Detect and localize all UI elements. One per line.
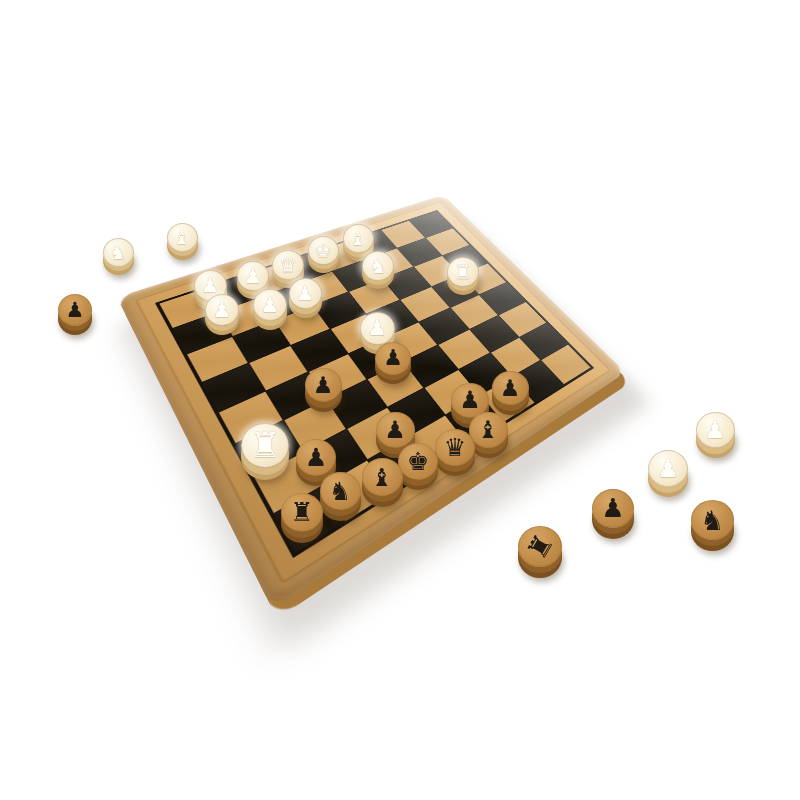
piece-black-knight-h7[interactable]: ♞ [320,472,361,510]
black-rook-symbol: ♜ [290,499,313,525]
black-knight-symbol: ♞ [700,507,724,534]
black-pawn-symbol: ♟ [459,388,481,412]
black-pawn-symbol: ♟ [66,300,85,321]
piece-white-pawn-offboard[interactable]: ♟ [696,412,735,448]
piece-black-pawn-offboard[interactable]: ♟ [58,294,92,326]
white-knight-symbol: ♞ [109,243,126,262]
black-pawn-symbol: ♟ [384,418,406,442]
piece-black-pawn-offboard[interactable]: ♟ [592,489,634,528]
piece-white-pawn-a6[interactable]: ♟ [237,261,269,291]
black-rook-symbol: ♜ [522,529,557,563]
white-pawn-symbol: ♟ [213,300,232,321]
piece-black-queen-h4[interactable]: ♛ [435,429,475,466]
white-rook-symbol: ♜ [454,262,472,282]
piece-black-king-h5[interactable]: ♚ [398,443,438,480]
black-pawn-symbol: ♟ [500,377,521,400]
black-pawn-symbol: ♟ [313,374,334,397]
piece-white-bishop-offboard[interactable]: ♝ [167,223,198,252]
piece-white-queen-a5[interactable]: ♛ [272,250,304,280]
white-king-symbol: ♚ [314,241,331,260]
white-rook-symbol: ♜ [249,428,280,463]
white-bishop-symbol: ♝ [173,228,190,247]
piece-white-pawn-offboard[interactable]: ♟ [648,450,688,487]
white-bishop-symbol: ♝ [349,229,366,248]
white-pawn-symbol: ♟ [657,456,679,481]
piece-white-rook-d2[interactable]: ♜ [447,257,479,287]
white-pawn-symbol: ♟ [704,418,726,442]
black-king-symbol: ♚ [407,449,429,474]
black-queen-symbol: ♛ [444,435,466,460]
piece-black-pawn-h2[interactable]: ♟ [492,371,529,405]
black-knight-symbol: ♞ [329,479,351,504]
piece-white-pawn-b6[interactable]: ♟ [253,289,287,321]
photo-canvas: ♝♝♚♞♛♞♜♟♟♟♟♟♟♟♟♟♟♟♝♟♟♜♛♟♚♟♝♞♟♜♞♜ [0,0,800,800]
piece-black-bishop-h6[interactable]: ♝ [362,458,403,496]
white-queen-symbol: ♛ [279,255,297,275]
piece-black-rook-h8[interactable]: ♜ [281,493,323,532]
piece-black-rook-offboard[interactable]: ♜ [518,526,562,567]
piece-white-rook-f8[interactable]: ♜ [241,423,289,468]
piece-white-pawn-e5[interactable]: ♟ [360,312,395,345]
white-pawn-symbol: ♟ [296,283,314,303]
piece-black-pawn-g6[interactable]: ♟ [376,412,415,448]
piece-white-pawn-b7[interactable]: ♟ [205,294,239,326]
black-bishop-symbol: ♝ [477,418,499,442]
piece-black-pawn-f7[interactable]: ♟ [305,368,342,402]
white-pawn-symbol: ♟ [261,295,280,316]
piece-white-king-a4[interactable]: ♚ [308,236,339,265]
black-pawn-symbol: ♟ [601,495,624,521]
piece-black-knight-offboard[interactable]: ♞ [691,500,734,540]
white-pawn-symbol: ♟ [201,275,219,295]
black-bishop-symbol: ♝ [371,465,393,490]
white-knight-symbol: ♞ [369,256,387,276]
white-pawn-symbol: ♟ [244,266,262,286]
piece-white-knight-b3[interactable]: ♞ [362,251,394,281]
piece-black-pawn-f5[interactable]: ♟ [375,342,411,375]
piece-white-bishop-a3[interactable]: ♝ [343,224,374,253]
black-pawn-symbol: ♟ [383,347,403,369]
white-pawn-symbol: ♟ [367,317,387,339]
piece-white-pawn-b5[interactable]: ♟ [289,278,322,309]
black-pawn-symbol: ♟ [305,445,327,470]
piece-black-pawn-g7[interactable]: ♟ [296,439,336,476]
piece-white-knight-offboard[interactable]: ♞ [103,238,134,267]
